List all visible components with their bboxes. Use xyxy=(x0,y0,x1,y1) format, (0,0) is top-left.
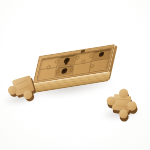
loose-piece-right[interactable] xyxy=(99,85,145,127)
empty-slots[interactable] xyxy=(55,49,110,77)
loose-piece-left[interactable] xyxy=(2,69,44,105)
piece-top-face xyxy=(104,86,139,120)
puzzle-photo-scene xyxy=(0,0,150,150)
